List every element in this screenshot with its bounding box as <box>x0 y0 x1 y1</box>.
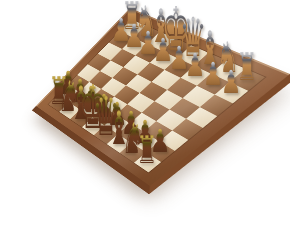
photo-stage: ♜♞♝♛♚♝♞♜♟♟♟♟♟♟♟♟♟♟♟♟♟♟♟♟♜♞♝♛♚♝♞♜ <box>0 0 290 232</box>
board-squares <box>49 19 265 172</box>
chessboard <box>32 8 290 194</box>
